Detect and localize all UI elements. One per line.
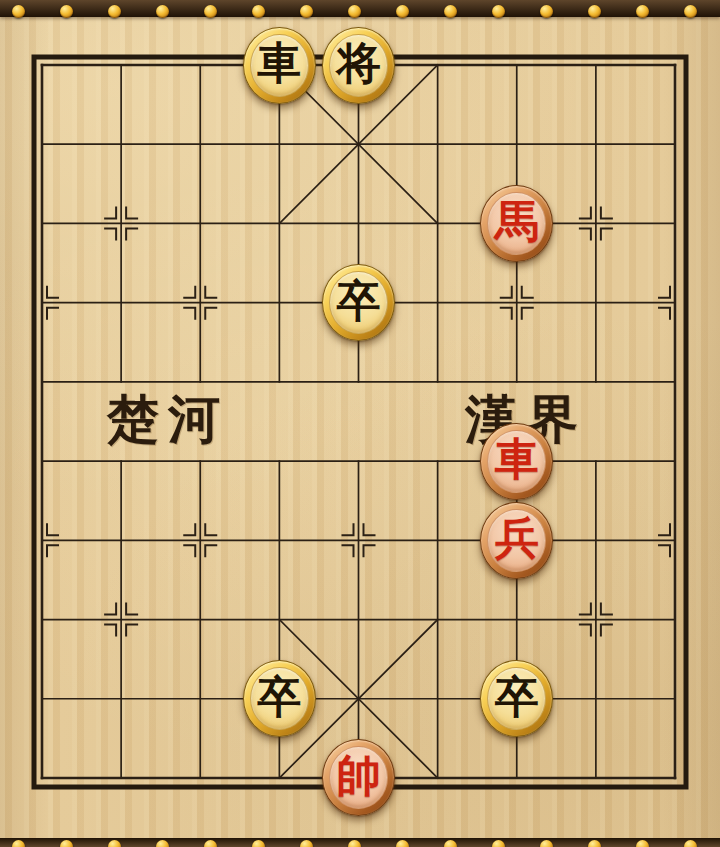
piece-face: 卒 — [487, 667, 546, 730]
piece-red-chariot[interactable]: 車 — [480, 423, 553, 500]
piece-black-chariot[interactable]: 車 — [243, 27, 316, 104]
piece-face: 帥 — [329, 746, 388, 809]
piece-red-general[interactable]: 帥 — [322, 739, 395, 816]
piece-face: 車 — [250, 34, 309, 97]
piece-glyph-red-general: 帥 — [336, 755, 380, 799]
piece-glyph-red-horse: 馬 — [495, 200, 539, 244]
piece-red-horse[interactable]: 馬 — [480, 185, 553, 262]
piece-glyph-black-general: 将 — [336, 42, 380, 86]
piece-black-soldier-3[interactable]: 卒 — [480, 660, 553, 737]
piece-black-soldier-1[interactable]: 卒 — [322, 264, 395, 341]
piece-glyph-black-soldier-1: 卒 — [336, 280, 380, 324]
piece-face: 卒 — [329, 271, 388, 334]
piece-glyph-black-soldier-3: 卒 — [495, 676, 539, 720]
piece-glyph-black-soldier-2: 卒 — [257, 676, 301, 720]
piece-red-soldier[interactable]: 兵 — [480, 502, 553, 579]
piece-face: 兵 — [487, 509, 546, 572]
piece-glyph-black-chariot: 車 — [257, 42, 301, 86]
piece-face: 馬 — [487, 192, 546, 255]
piece-black-soldier-2[interactable]: 卒 — [243, 660, 316, 737]
piece-face: 将 — [329, 34, 388, 97]
piece-glyph-red-chariot: 車 — [495, 438, 539, 482]
piece-face: 車 — [487, 430, 546, 493]
piece-glyph-red-soldier: 兵 — [495, 517, 539, 561]
piece-face: 卒 — [250, 667, 309, 730]
piece-black-general[interactable]: 将 — [322, 27, 395, 104]
pieces-grid: 車将馬卒車兵卒卒帥 — [2, 25, 714, 817]
